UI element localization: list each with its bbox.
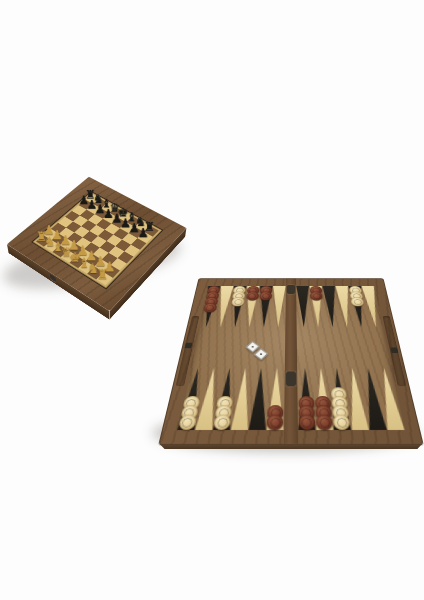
hinge-top (287, 285, 296, 294)
brown-checker (298, 405, 314, 420)
chess-board-grid: ♜♞♝♛♚♝♞♜♟♟♟♟♟♟♟♟♟♟♟♟♟♟♟♟♜♞♝♛♚♝♞♜ (36, 194, 159, 285)
backgammon-front-edge (160, 444, 423, 449)
cream-checker (213, 415, 231, 430)
hinge-middle (286, 371, 297, 386)
bg-point (271, 286, 286, 327)
brown-checker (315, 396, 331, 410)
bg-right-half (296, 286, 405, 430)
bg-point (266, 368, 285, 430)
brown-checker (267, 415, 284, 430)
points-row (297, 368, 405, 430)
brown-checker (299, 415, 316, 430)
bg-point (248, 368, 269, 430)
backgammon-board (160, 279, 423, 444)
bg-point (230, 368, 253, 430)
bg-point (313, 368, 334, 430)
bg-point (329, 368, 352, 430)
bg-point (360, 368, 387, 430)
cream-checker (333, 415, 351, 430)
points-row (296, 286, 383, 327)
cream-checker (332, 396, 349, 410)
center-bar (284, 279, 298, 444)
cream-checker (182, 396, 200, 410)
brown-checker (267, 405, 283, 420)
cream-checker (215, 405, 233, 420)
brown-checker (298, 396, 314, 410)
bg-point (195, 368, 222, 430)
white-r-piece: ♜ (95, 268, 110, 282)
cream-checker (350, 297, 364, 306)
bg-point (297, 368, 316, 430)
brown-checker (310, 291, 323, 300)
cream-checker (178, 415, 197, 430)
bg-point (296, 286, 311, 327)
chess-square: ♜ (96, 272, 112, 285)
cream-checker (180, 405, 199, 420)
cream-checker (216, 396, 233, 410)
bg-point (213, 368, 238, 430)
bg-point (344, 368, 369, 430)
product-photo: ♜♞♝♛♚♝♞♜♟♟♟♟♟♟♟♟♟♟♟♟♟♟♟♟♜♞♝♛♚♝♞♜ (0, 0, 424, 600)
chess-square (91, 236, 106, 248)
points-row (177, 368, 285, 430)
brown-checker (315, 405, 332, 420)
black-p-piece: ♟ (136, 227, 150, 240)
bg-left-half (177, 286, 286, 430)
bg-point (361, 286, 383, 327)
cream-checker (331, 387, 348, 401)
cream-checker (332, 405, 349, 420)
box-clasp (50, 274, 56, 283)
backgammon-set (150, 234, 424, 456)
brown-checker (316, 415, 333, 430)
bg-field (177, 286, 405, 430)
